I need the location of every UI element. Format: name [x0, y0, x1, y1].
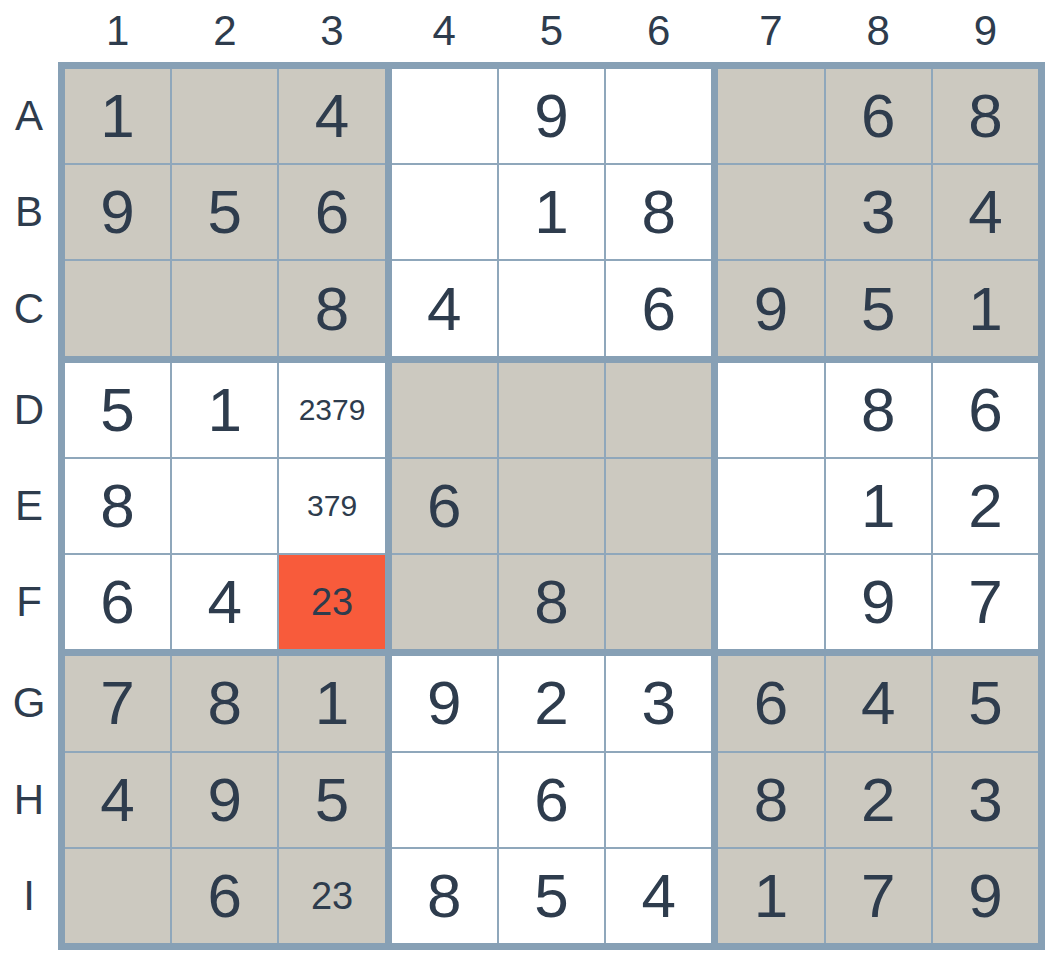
col-label-3: 3 — [279, 0, 384, 62]
row-label-H: H — [0, 753, 58, 847]
cell-H5[interactable]: 6 — [499, 753, 604, 847]
col-label-4: 4 — [392, 0, 497, 62]
row-label-C: C — [0, 261, 58, 355]
cell-G7[interactable]: 6 — [718, 656, 823, 750]
row-label-group-1: ABC — [0, 69, 58, 356]
box-6: 861297 — [718, 363, 1038, 650]
cell-D8[interactable]: 8 — [826, 363, 931, 457]
cell-E8[interactable]: 1 — [826, 459, 931, 553]
cell-G5[interactable]: 2 — [499, 656, 604, 750]
cell-A8[interactable]: 6 — [826, 69, 931, 163]
cell-B6[interactable]: 8 — [606, 165, 711, 259]
cell-E9[interactable]: 2 — [933, 459, 1038, 553]
cell-A9[interactable]: 8 — [933, 69, 1038, 163]
cell-C6[interactable]: 6 — [606, 261, 711, 355]
cell-D2[interactable]: 1 — [172, 363, 277, 457]
cell-I6[interactable]: 4 — [606, 849, 711, 943]
cell-G1[interactable]: 7 — [65, 656, 170, 750]
cell-D4[interactable] — [392, 363, 497, 457]
cell-B8[interactable]: 3 — [826, 165, 931, 259]
cell-A2[interactable] — [172, 69, 277, 163]
cell-G9[interactable]: 5 — [933, 656, 1038, 750]
box-5: 68 — [392, 363, 712, 650]
cell-C4[interactable]: 4 — [392, 261, 497, 355]
cell-D1[interactable]: 5 — [65, 363, 170, 457]
cell-F1[interactable]: 6 — [65, 555, 170, 649]
cell-A3[interactable]: 4 — [279, 69, 384, 163]
cell-F6[interactable] — [606, 555, 711, 649]
box-3: 6834951 — [718, 69, 1038, 356]
cell-H1[interactable]: 4 — [65, 753, 170, 847]
row-label-B: B — [0, 165, 58, 259]
cell-F7[interactable] — [718, 555, 823, 649]
cell-I2[interactable]: 6 — [172, 849, 277, 943]
cell-G6[interactable]: 3 — [606, 656, 711, 750]
cell-D6[interactable] — [606, 363, 711, 457]
box-9: 645823179 — [718, 656, 1038, 943]
row-label-group-2: DEF — [0, 363, 58, 650]
col-label-9: 9 — [933, 0, 1038, 62]
cell-C9[interactable]: 1 — [933, 261, 1038, 355]
column-labels: 123456789 — [58, 0, 1045, 62]
cell-G4[interactable]: 9 — [392, 656, 497, 750]
cell-A6[interactable] — [606, 69, 711, 163]
col-label-2: 2 — [172, 0, 277, 62]
box-2: 91846 — [392, 69, 712, 356]
box-8: 9236854 — [392, 656, 712, 943]
row-label-I: I — [0, 849, 58, 943]
cell-E7[interactable] — [718, 459, 823, 553]
cell-B7[interactable] — [718, 165, 823, 259]
cell-E4[interactable]: 6 — [392, 459, 497, 553]
cell-I9[interactable]: 9 — [933, 849, 1038, 943]
cell-C5[interactable] — [499, 261, 604, 355]
col-label-6: 6 — [606, 0, 711, 62]
sudoku-page: 123456789 ABCDEFGHI 14956891846683495151… — [0, 0, 1051, 950]
cell-C2[interactable] — [172, 261, 277, 355]
cell-H2[interactable]: 9 — [172, 753, 277, 847]
col-label-1: 1 — [65, 0, 170, 62]
cell-I8[interactable]: 7 — [826, 849, 931, 943]
column-label-group-2: 456 — [392, 0, 712, 62]
cell-A1[interactable]: 1 — [65, 69, 170, 163]
row-label-F: F — [0, 555, 58, 649]
cell-H6[interactable] — [606, 753, 711, 847]
cell-G8[interactable]: 4 — [826, 656, 931, 750]
cell-I1[interactable] — [65, 849, 170, 943]
cell-B2[interactable]: 5 — [172, 165, 277, 259]
cell-F8[interactable]: 9 — [826, 555, 931, 649]
cell-G3[interactable]: 1 — [279, 656, 384, 750]
cell-E2[interactable] — [172, 459, 277, 553]
cell-C1[interactable] — [65, 261, 170, 355]
cell-I7[interactable]: 1 — [718, 849, 823, 943]
cell-A4[interactable] — [392, 69, 497, 163]
corner-spacer — [0, 0, 58, 62]
cell-H3[interactable]: 5 — [279, 753, 384, 847]
cell-F5[interactable]: 8 — [499, 555, 604, 649]
column-label-group-3: 789 — [718, 0, 1038, 62]
cell-B4[interactable] — [392, 165, 497, 259]
cell-A7[interactable] — [718, 69, 823, 163]
cell-F3[interactable]: 23 — [279, 555, 384, 649]
row-labels: ABCDEFGHI — [0, 62, 58, 950]
cell-I4[interactable]: 8 — [392, 849, 497, 943]
cell-I5[interactable]: 5 — [499, 849, 604, 943]
cell-E1[interactable]: 8 — [65, 459, 170, 553]
cell-A5[interactable]: 9 — [499, 69, 604, 163]
cell-E5[interactable] — [499, 459, 604, 553]
cell-C8[interactable]: 5 — [826, 261, 931, 355]
cell-B5[interactable]: 1 — [499, 165, 604, 259]
cell-B9[interactable]: 4 — [933, 165, 1038, 259]
cell-G2[interactable]: 8 — [172, 656, 277, 750]
cell-D5[interactable] — [499, 363, 604, 457]
col-label-7: 7 — [718, 0, 823, 62]
cell-H7[interactable]: 8 — [718, 753, 823, 847]
cell-D3[interactable]: 2379 — [279, 363, 384, 457]
cell-I3[interactable]: 23 — [279, 849, 384, 943]
row-label-D: D — [0, 363, 58, 457]
cell-E3[interactable]: 379 — [279, 459, 384, 553]
row-label-G: G — [0, 656, 58, 750]
row-label-A: A — [0, 69, 58, 163]
box-4: 51237983796423 — [65, 363, 385, 650]
cell-C3[interactable]: 8 — [279, 261, 384, 355]
cell-H9[interactable]: 3 — [933, 753, 1038, 847]
cell-D7[interactable] — [718, 363, 823, 457]
row-label-group-3: GHI — [0, 656, 58, 943]
column-label-group-1: 123 — [65, 0, 385, 62]
col-label-8: 8 — [826, 0, 931, 62]
cell-C7[interactable]: 9 — [718, 261, 823, 355]
cell-F2[interactable]: 4 — [172, 555, 277, 649]
cell-E6[interactable] — [606, 459, 711, 553]
cell-B1[interactable]: 9 — [65, 165, 170, 259]
cell-F4[interactable] — [392, 555, 497, 649]
cell-H8[interactable]: 2 — [826, 753, 931, 847]
box-1: 149568 — [65, 69, 385, 356]
cell-F9[interactable]: 7 — [933, 555, 1038, 649]
row-label-E: E — [0, 459, 58, 553]
col-label-5: 5 — [499, 0, 604, 62]
cell-H4[interactable] — [392, 753, 497, 847]
box-7: 781495623 — [65, 656, 385, 943]
cell-B3[interactable]: 6 — [279, 165, 384, 259]
cell-D9[interactable]: 6 — [933, 363, 1038, 457]
sudoku-board: 1495689184668349515123798379642368861297… — [58, 62, 1045, 950]
